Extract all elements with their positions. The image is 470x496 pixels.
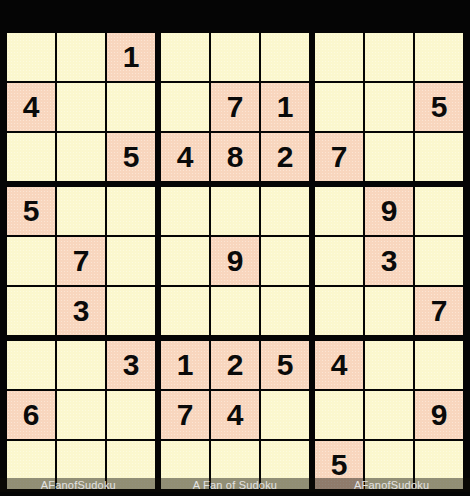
sudoku-cell-r8c9[interactable]: 9 <box>415 391 463 439</box>
sudoku-cell-r1c3[interactable]: 1 <box>107 33 155 81</box>
sudoku-cell-r1c1[interactable] <box>7 33 55 81</box>
sudoku-cell-r6c3[interactable] <box>107 287 155 335</box>
sudoku-cell-r5c3[interactable] <box>107 237 155 285</box>
sudoku-cell-r8c4[interactable]: 7 <box>161 391 209 439</box>
sudoku-cell-r4c6[interactable] <box>261 187 309 235</box>
sudoku-cell-r6c2[interactable]: 3 <box>57 287 105 335</box>
sudoku-cell-r3c6[interactable]: 2 <box>261 133 309 181</box>
sudoku-cell-r1c6[interactable] <box>261 33 309 81</box>
sudoku-cell-r1c7[interactable] <box>315 33 363 81</box>
sudoku-cell-r8c8[interactable] <box>365 391 413 439</box>
sudoku-cell-r2c3[interactable] <box>107 83 155 131</box>
sudoku-cell-r4c4[interactable] <box>161 187 209 235</box>
watermark-right: AFanofSudoku <box>313 478 470 492</box>
sudoku-cell-r6c4[interactable] <box>161 287 209 335</box>
sudoku-cell-r7c3[interactable]: 3 <box>107 341 155 389</box>
sudoku-cell-r6c8[interactable] <box>365 287 413 335</box>
sudoku-cell-r1c8[interactable] <box>365 33 413 81</box>
sudoku-cell-r2c1[interactable]: 4 <box>7 83 55 131</box>
sudoku-cell-r3c1[interactable] <box>7 133 55 181</box>
sudoku-cell-r5c8[interactable]: 3 <box>365 237 413 285</box>
sudoku-cell-r5c1[interactable] <box>7 237 55 285</box>
sudoku-cell-r5c5[interactable]: 9 <box>211 237 259 285</box>
sudoku-cell-r7c4[interactable]: 1 <box>161 341 209 389</box>
sudoku-cell-r6c7[interactable] <box>315 287 363 335</box>
sudoku-cell-r2c5[interactable]: 7 <box>211 83 259 131</box>
watermark-bar: AFanofSudoku A Fan of Sudoku AFanofSudok… <box>0 478 470 492</box>
watermark-center: A Fan of Sudoku <box>157 478 314 492</box>
sudoku-cell-r4c8[interactable]: 9 <box>365 187 413 235</box>
sudoku-cell-r3c8[interactable] <box>365 133 413 181</box>
sudoku-cell-r5c2[interactable]: 7 <box>57 237 105 285</box>
sudoku-cell-r4c7[interactable] <box>315 187 363 235</box>
sudoku-cell-r7c8[interactable] <box>365 341 413 389</box>
sudoku-cell-r6c5[interactable] <box>211 287 259 335</box>
sudoku-cell-r2c8[interactable] <box>365 83 413 131</box>
sudoku-cell-r7c2[interactable] <box>57 341 105 389</box>
sudoku-cell-r4c3[interactable] <box>107 187 155 235</box>
sudoku-cell-r7c5[interactable]: 2 <box>211 341 259 389</box>
sudoku-grid: 147155482759793373125467495 <box>7 33 463 489</box>
sudoku-cell-r5c6[interactable] <box>261 237 309 285</box>
sudoku-cell-r6c1[interactable] <box>7 287 55 335</box>
sudoku-cell-r4c9[interactable] <box>415 187 463 235</box>
sudoku-cell-r3c9[interactable] <box>415 133 463 181</box>
sudoku-cell-r3c7[interactable]: 7 <box>315 133 363 181</box>
sudoku-cell-r6c9[interactable]: 7 <box>415 287 463 335</box>
sudoku-cell-r7c7[interactable]: 4 <box>315 341 363 389</box>
watermark-left: AFanofSudoku <box>0 478 157 492</box>
sudoku-cell-r4c1[interactable]: 5 <box>7 187 55 235</box>
top-black-band <box>0 0 470 26</box>
sudoku-cell-r2c7[interactable] <box>315 83 363 131</box>
sudoku-cell-r4c5[interactable] <box>211 187 259 235</box>
sudoku-board: 147155482759793373125467495 <box>0 26 470 496</box>
sudoku-cell-r2c2[interactable] <box>57 83 105 131</box>
sudoku-cell-r1c5[interactable] <box>211 33 259 81</box>
sudoku-cell-r2c9[interactable]: 5 <box>415 83 463 131</box>
sudoku-cell-r1c9[interactable] <box>415 33 463 81</box>
sudoku-cell-r5c4[interactable] <box>161 237 209 285</box>
sudoku-cell-r1c4[interactable] <box>161 33 209 81</box>
sudoku-cell-r7c9[interactable] <box>415 341 463 389</box>
sudoku-cell-r7c6[interactable]: 5 <box>261 341 309 389</box>
sudoku-cell-r3c3[interactable]: 5 <box>107 133 155 181</box>
sudoku-cell-r5c9[interactable] <box>415 237 463 285</box>
sudoku-cell-r8c7[interactable] <box>315 391 363 439</box>
sudoku-cell-r2c6[interactable]: 1 <box>261 83 309 131</box>
sudoku-cell-r8c1[interactable]: 6 <box>7 391 55 439</box>
sudoku-cell-r8c6[interactable] <box>261 391 309 439</box>
sudoku-cell-r5c7[interactable] <box>315 237 363 285</box>
sudoku-app-screen: 147155482759793373125467495 AFanofSudoku… <box>0 0 470 496</box>
sudoku-cell-r8c5[interactable]: 4 <box>211 391 259 439</box>
sudoku-cell-r3c5[interactable]: 8 <box>211 133 259 181</box>
sudoku-cell-r1c2[interactable] <box>57 33 105 81</box>
sudoku-cell-r8c3[interactable] <box>107 391 155 439</box>
sudoku-cell-r3c4[interactable]: 4 <box>161 133 209 181</box>
sudoku-cell-r8c2[interactable] <box>57 391 105 439</box>
sudoku-cell-r3c2[interactable] <box>57 133 105 181</box>
sudoku-cell-r7c1[interactable] <box>7 341 55 389</box>
sudoku-cell-r4c2[interactable] <box>57 187 105 235</box>
sudoku-cell-r6c6[interactable] <box>261 287 309 335</box>
sudoku-cell-r2c4[interactable] <box>161 83 209 131</box>
